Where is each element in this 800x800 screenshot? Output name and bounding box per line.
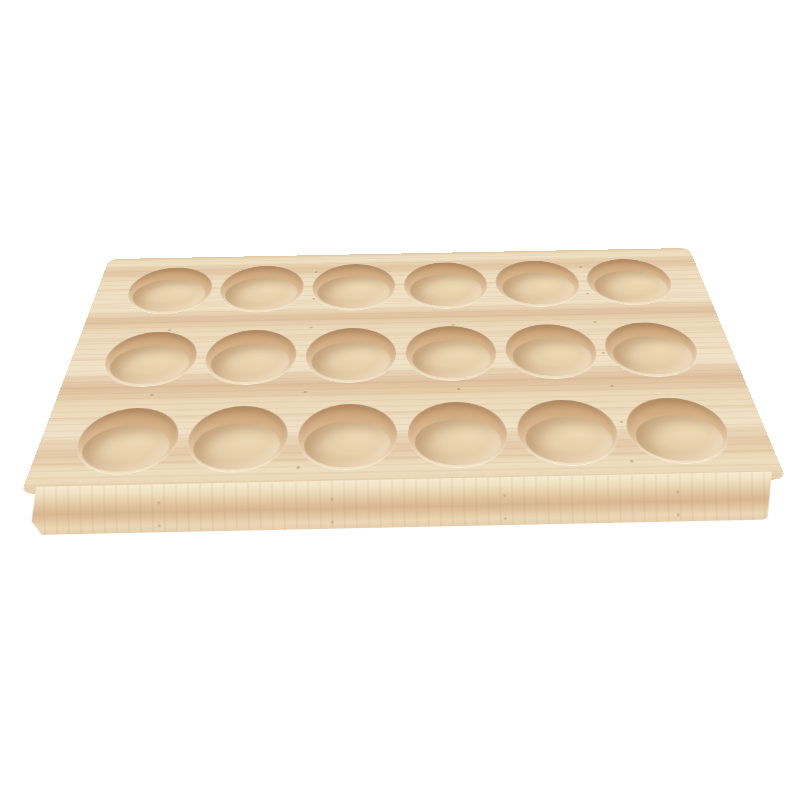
pit-recess (216, 265, 306, 312)
pit-r2-c2[interactable] (193, 320, 305, 396)
pit-recess (121, 267, 216, 314)
pit-recess (493, 260, 585, 307)
pit-recess (404, 262, 490, 309)
pit-r1-c6[interactable] (575, 250, 687, 314)
pit-r3-c4[interactable] (402, 390, 519, 482)
pit-r3-c3[interactable] (288, 392, 403, 484)
pit-r2-c3[interactable] (297, 318, 402, 394)
pit-r3-c2[interactable] (173, 394, 297, 486)
pit-recess (200, 329, 299, 385)
pit-recess (303, 327, 396, 383)
pit-recess (407, 401, 511, 468)
pit-r2-c1[interactable] (88, 322, 209, 399)
pit-recess (67, 407, 184, 475)
pit-r1-c1[interactable] (113, 259, 223, 324)
product-photo-canvas (0, 0, 800, 800)
tray-top-face (21, 248, 786, 494)
pit-r2-c4[interactable] (400, 316, 506, 392)
pit-r1-c3[interactable] (305, 255, 401, 319)
pit-r1-c5[interactable] (487, 252, 591, 316)
pit-r2-c6[interactable] (592, 312, 716, 388)
pit-r1-c2[interactable] (209, 257, 311, 322)
pit-recess (295, 403, 397, 470)
pit-recess (310, 263, 395, 310)
pit-r1-c4[interactable] (399, 254, 496, 318)
pit-recess (513, 399, 625, 466)
pit-recess (502, 324, 603, 380)
pit-grid (21, 248, 786, 494)
pit-r3-c1[interactable] (57, 396, 192, 488)
pit-recess (97, 331, 202, 387)
pit-recess (405, 325, 499, 381)
pit-recess (582, 258, 679, 305)
pit-recess (181, 405, 290, 472)
pit-recess (619, 397, 739, 464)
pit-r3-c6[interactable] (611, 386, 750, 477)
pit-recess (599, 322, 706, 378)
